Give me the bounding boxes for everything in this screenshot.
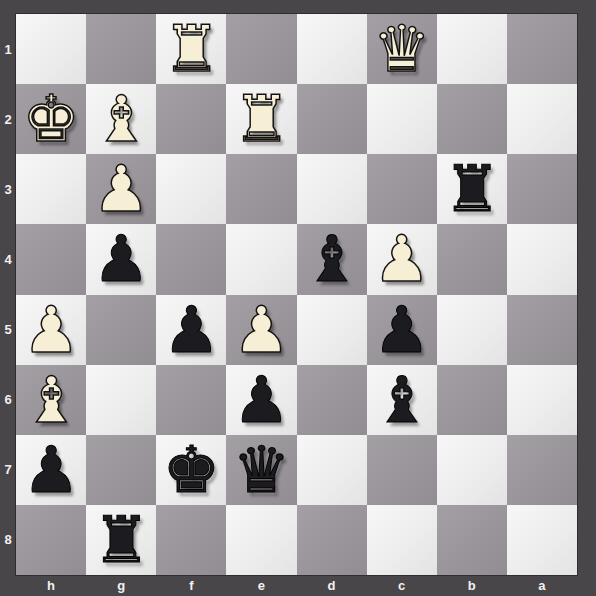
- square-e6[interactable]: ♟: [226, 365, 296, 435]
- square-g5[interactable]: [86, 295, 156, 365]
- square-e7[interactable]: ♛: [226, 435, 296, 505]
- square-e1[interactable]: [226, 14, 296, 84]
- square-h1[interactable]: [16, 14, 86, 84]
- square-d3[interactable]: [297, 154, 367, 224]
- rank-labels: 12345678: [0, 14, 16, 575]
- square-f6[interactable]: [156, 365, 226, 435]
- white-queen[interactable]: ♛: [373, 17, 430, 81]
- square-e2[interactable]: ♜: [226, 84, 296, 154]
- file-label-f: f: [156, 575, 226, 596]
- black-bishop[interactable]: ♝: [373, 368, 430, 432]
- rank-label-6: 6: [0, 365, 16, 435]
- square-h7[interactable]: ♟: [16, 435, 86, 505]
- black-king[interactable]: ♚: [163, 438, 220, 502]
- square-c7[interactable]: [367, 435, 437, 505]
- square-f1[interactable]: ♜: [156, 14, 226, 84]
- square-g3[interactable]: ♟: [86, 154, 156, 224]
- square-c6[interactable]: ♝: [367, 365, 437, 435]
- file-label-e: e: [226, 575, 296, 596]
- square-c1[interactable]: ♛: [367, 14, 437, 84]
- white-pawn[interactable]: ♟: [373, 227, 430, 291]
- square-b4[interactable]: [437, 224, 507, 294]
- square-b7[interactable]: [437, 435, 507, 505]
- square-c2[interactable]: [367, 84, 437, 154]
- square-h3[interactable]: [16, 154, 86, 224]
- square-c3[interactable]: [367, 154, 437, 224]
- rank-label-5: 5: [0, 295, 16, 365]
- rank-label-1: 1: [0, 14, 16, 84]
- square-h5[interactable]: ♟: [16, 295, 86, 365]
- square-d1[interactable]: [297, 14, 367, 84]
- black-pawn[interactable]: ♟: [22, 438, 79, 502]
- file-label-h: h: [16, 575, 86, 596]
- rank-label-4: 4: [0, 224, 16, 294]
- square-e5[interactable]: ♟: [226, 295, 296, 365]
- black-pawn[interactable]: ♟: [373, 298, 430, 362]
- white-rook[interactable]: ♜: [163, 17, 220, 81]
- square-f2[interactable]: [156, 84, 226, 154]
- square-f8[interactable]: [156, 505, 226, 575]
- square-h2[interactable]: ♚: [16, 84, 86, 154]
- white-pawn[interactable]: ♟: [93, 157, 150, 221]
- rank-label-3: 3: [0, 154, 16, 224]
- square-b6[interactable]: [437, 365, 507, 435]
- square-a4[interactable]: [507, 224, 577, 294]
- white-king[interactable]: ♚: [22, 87, 79, 151]
- square-g7[interactable]: [86, 435, 156, 505]
- black-rook[interactable]: ♜: [443, 157, 500, 221]
- square-a1[interactable]: [507, 14, 577, 84]
- square-d6[interactable]: [297, 365, 367, 435]
- square-h4[interactable]: [16, 224, 86, 294]
- square-c8[interactable]: [367, 505, 437, 575]
- square-g6[interactable]: [86, 365, 156, 435]
- white-bishop[interactable]: ♝: [93, 87, 150, 151]
- black-pawn[interactable]: ♟: [93, 227, 150, 291]
- square-f7[interactable]: ♚: [156, 435, 226, 505]
- black-bishop[interactable]: ♝: [303, 227, 360, 291]
- square-d8[interactable]: [297, 505, 367, 575]
- square-g2[interactable]: ♝: [86, 84, 156, 154]
- square-a3[interactable]: [507, 154, 577, 224]
- chess-board: ♜♛♚♝♜♟♜♟♝♟♟♟♟♟♝♟♝♟♚♛♜: [16, 14, 577, 575]
- square-f4[interactable]: [156, 224, 226, 294]
- square-a5[interactable]: [507, 295, 577, 365]
- white-bishop[interactable]: ♝: [22, 368, 79, 432]
- square-e3[interactable]: [226, 154, 296, 224]
- square-a7[interactable]: [507, 435, 577, 505]
- square-b3[interactable]: ♜: [437, 154, 507, 224]
- square-f3[interactable]: [156, 154, 226, 224]
- square-d4[interactable]: ♝: [297, 224, 367, 294]
- square-a2[interactable]: [507, 84, 577, 154]
- square-c5[interactable]: ♟: [367, 295, 437, 365]
- black-pawn[interactable]: ♟: [233, 368, 290, 432]
- square-f5[interactable]: ♟: [156, 295, 226, 365]
- square-a6[interactable]: [507, 365, 577, 435]
- file-labels: hgfedcba: [16, 575, 577, 596]
- square-b2[interactable]: [437, 84, 507, 154]
- black-rook[interactable]: ♜: [93, 508, 150, 572]
- square-d5[interactable]: [297, 295, 367, 365]
- file-label-g: g: [86, 575, 156, 596]
- white-pawn[interactable]: ♟: [22, 298, 79, 362]
- file-label-c: c: [367, 575, 437, 596]
- rank-label-7: 7: [0, 435, 16, 505]
- square-b1[interactable]: [437, 14, 507, 84]
- square-g8[interactable]: ♜: [86, 505, 156, 575]
- square-e4[interactable]: [226, 224, 296, 294]
- square-g4[interactable]: ♟: [86, 224, 156, 294]
- square-e8[interactable]: [226, 505, 296, 575]
- square-h8[interactable]: [16, 505, 86, 575]
- square-g1[interactable]: [86, 14, 156, 84]
- file-label-d: d: [297, 575, 367, 596]
- square-d7[interactable]: [297, 435, 367, 505]
- white-pawn[interactable]: ♟: [233, 298, 290, 362]
- chess-board-frame: 12345678 hgfedcba ♜♛♚♝♜♟♜♟♝♟♟♟♟♟♝♟♝♟♚♛♜: [0, 0, 596, 596]
- white-rook[interactable]: ♜: [233, 87, 290, 151]
- rank-label-2: 2: [0, 84, 16, 154]
- square-h6[interactable]: ♝: [16, 365, 86, 435]
- square-c4[interactable]: ♟: [367, 224, 437, 294]
- black-queen[interactable]: ♛: [233, 438, 290, 502]
- file-label-a: a: [507, 575, 577, 596]
- square-b5[interactable]: [437, 295, 507, 365]
- file-label-b: b: [437, 575, 507, 596]
- square-b8[interactable]: [437, 505, 507, 575]
- rank-label-8: 8: [0, 505, 16, 575]
- square-d2[interactable]: [297, 84, 367, 154]
- square-a8[interactable]: [507, 505, 577, 575]
- black-pawn[interactable]: ♟: [163, 298, 220, 362]
